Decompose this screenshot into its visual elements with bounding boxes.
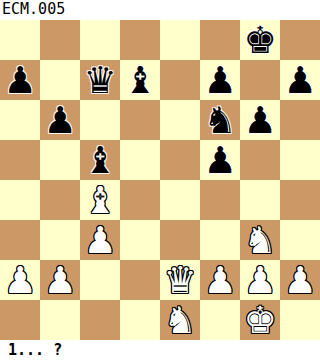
piece-black-pawn: ♟: [0, 60, 40, 100]
square-d5[interactable]: [120, 140, 160, 180]
square-a8[interactable]: [0, 20, 40, 60]
square-a1[interactable]: [0, 300, 40, 340]
piece-white-pawn: ♟: [200, 260, 240, 300]
square-c3[interactable]: ♟: [80, 220, 120, 260]
square-c6[interactable]: [80, 100, 120, 140]
piece-white-pawn: ♟: [0, 260, 40, 300]
piece-black-bishop: ♝: [80, 140, 120, 180]
square-c1[interactable]: [80, 300, 120, 340]
square-d3[interactable]: [120, 220, 160, 260]
square-d6[interactable]: [120, 100, 160, 140]
square-e4[interactable]: [160, 180, 200, 220]
square-b7[interactable]: [40, 60, 80, 100]
square-b2[interactable]: ♟: [40, 260, 80, 300]
square-g3[interactable]: ♞: [240, 220, 280, 260]
square-d1[interactable]: [120, 300, 160, 340]
piece-white-knight: ♞: [240, 220, 280, 260]
square-b4[interactable]: [40, 180, 80, 220]
square-g8[interactable]: ♚: [240, 20, 280, 60]
square-b8[interactable]: [40, 20, 80, 60]
piece-white-pawn: ♟: [40, 260, 80, 300]
square-e6[interactable]: [160, 100, 200, 140]
piece-black-pawn: ♟: [200, 60, 240, 100]
square-e1[interactable]: ♞: [160, 300, 200, 340]
piece-white-knight: ♞: [160, 300, 200, 340]
square-h8[interactable]: [280, 20, 320, 60]
square-f1[interactable]: [200, 300, 240, 340]
square-e2[interactable]: ♛: [160, 260, 200, 300]
piece-white-pawn: ♟: [240, 260, 280, 300]
square-g5[interactable]: [240, 140, 280, 180]
piece-white-pawn: ♟: [80, 220, 120, 260]
square-g4[interactable]: [240, 180, 280, 220]
square-b1[interactable]: [40, 300, 80, 340]
square-d7[interactable]: ♝: [120, 60, 160, 100]
chess-board: ♚♟♛♝♟♟♟♞♟♝♟♝♟♞♟♟♛♟♟♟♞♚: [0, 20, 320, 340]
piece-black-pawn: ♟: [200, 140, 240, 180]
square-g1[interactable]: ♚: [240, 300, 280, 340]
square-f4[interactable]: [200, 180, 240, 220]
square-e7[interactable]: [160, 60, 200, 100]
square-a7[interactable]: ♟: [0, 60, 40, 100]
square-f7[interactable]: ♟: [200, 60, 240, 100]
square-h7[interactable]: ♟: [280, 60, 320, 100]
square-b5[interactable]: [40, 140, 80, 180]
square-f8[interactable]: [200, 20, 240, 60]
piece-black-pawn: ♟: [40, 100, 80, 140]
piece-black-bishop: ♝: [120, 60, 160, 100]
square-c7[interactable]: ♛: [80, 60, 120, 100]
square-f5[interactable]: ♟: [200, 140, 240, 180]
piece-white-bishop: ♝: [80, 180, 120, 220]
square-d8[interactable]: [120, 20, 160, 60]
square-h2[interactable]: ♟: [280, 260, 320, 300]
square-f6[interactable]: ♞: [200, 100, 240, 140]
square-b3[interactable]: [40, 220, 80, 260]
chess-app-window: ECM.005 ♚♟♛♝♟♟♟♞♟♝♟♝♟♞♟♟♛♟♟♟♞♚ 1... ?: [0, 0, 320, 360]
square-h4[interactable]: [280, 180, 320, 220]
square-c8[interactable]: [80, 20, 120, 60]
square-d4[interactable]: [120, 180, 160, 220]
square-d2[interactable]: [120, 260, 160, 300]
piece-black-queen: ♛: [80, 60, 120, 100]
piece-black-king: ♚: [240, 20, 280, 60]
move-prompt: 1... ?: [0, 340, 320, 360]
position-id-label: ECM.005: [0, 0, 320, 20]
piece-black-knight: ♞: [200, 100, 240, 140]
piece-white-pawn: ♟: [280, 260, 320, 300]
square-h3[interactable]: [280, 220, 320, 260]
square-a2[interactable]: ♟: [0, 260, 40, 300]
square-h1[interactable]: [280, 300, 320, 340]
square-a5[interactable]: [0, 140, 40, 180]
piece-white-king: ♚: [240, 300, 280, 340]
square-a4[interactable]: [0, 180, 40, 220]
square-a3[interactable]: [0, 220, 40, 260]
piece-white-queen: ♛: [160, 260, 200, 300]
square-g6[interactable]: ♟: [240, 100, 280, 140]
square-h5[interactable]: [280, 140, 320, 180]
square-c5[interactable]: ♝: [80, 140, 120, 180]
square-c2[interactable]: [80, 260, 120, 300]
square-g7[interactable]: [240, 60, 280, 100]
square-f2[interactable]: ♟: [200, 260, 240, 300]
square-e5[interactable]: [160, 140, 200, 180]
square-h6[interactable]: [280, 100, 320, 140]
square-c4[interactable]: ♝: [80, 180, 120, 220]
square-f3[interactable]: [200, 220, 240, 260]
square-a6[interactable]: [0, 100, 40, 140]
square-e8[interactable]: [160, 20, 200, 60]
square-e3[interactable]: [160, 220, 200, 260]
piece-black-pawn: ♟: [240, 100, 280, 140]
piece-black-pawn: ♟: [280, 60, 320, 100]
square-g2[interactable]: ♟: [240, 260, 280, 300]
square-b6[interactable]: ♟: [40, 100, 80, 140]
